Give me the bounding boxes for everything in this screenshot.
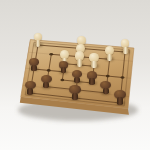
peg-stem xyxy=(61,67,67,73)
peg-dark-f2[interactable] xyxy=(100,81,111,95)
pegs-layer xyxy=(0,0,150,150)
peg-light-g7[interactable] xyxy=(121,39,130,53)
peg-stem xyxy=(77,59,82,67)
peg-stem xyxy=(72,93,78,100)
peg-stem xyxy=(117,97,123,104)
peg-stem xyxy=(43,82,49,89)
peg-dark-a1[interactable] xyxy=(25,81,36,95)
peg-light-a7[interactable] xyxy=(34,33,43,47)
peg-light-e5[interactable] xyxy=(89,53,99,68)
peg-stem xyxy=(36,40,41,47)
peg-stem xyxy=(91,61,96,69)
peg-dark-d1[interactable] xyxy=(69,85,80,99)
peg-dark-g1[interactable] xyxy=(114,90,126,104)
peg-stem xyxy=(89,78,95,85)
peg-stem xyxy=(74,77,80,84)
peg-dark-d3[interactable] xyxy=(72,70,82,83)
peg-dark-b2[interactable] xyxy=(41,75,52,88)
peg-stem xyxy=(107,54,112,61)
peg-dark-c4[interactable] xyxy=(59,61,69,73)
peg-stem xyxy=(123,47,128,54)
peg-stem xyxy=(31,65,36,71)
peg-stem xyxy=(103,88,109,95)
peg-light-f6[interactable] xyxy=(105,46,114,61)
board-photo xyxy=(0,0,150,150)
peg-light-d5[interactable] xyxy=(75,51,85,66)
peg-dark-e3[interactable] xyxy=(87,71,98,84)
peg-stem xyxy=(27,88,33,95)
peg-dark-a4[interactable] xyxy=(29,58,39,70)
